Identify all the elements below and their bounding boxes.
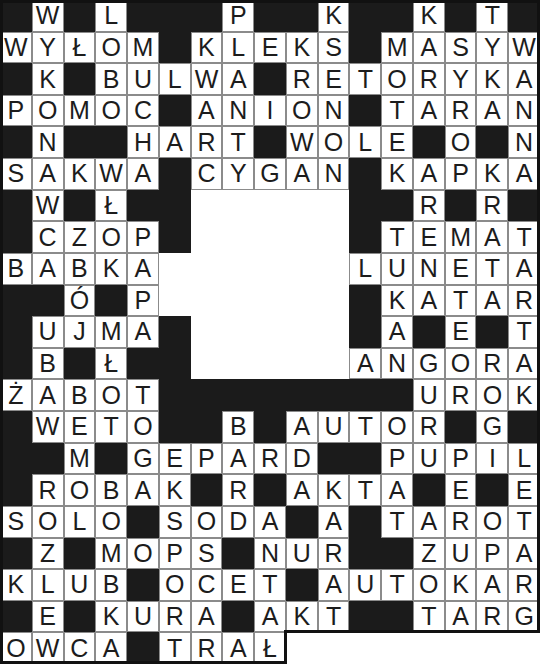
cell-r17c4[interactable]: O	[127, 538, 159, 570]
cell-r7c13[interactable]: E	[413, 221, 445, 253]
cell-r10c15	[476, 316, 508, 348]
cell-r17c11	[349, 538, 381, 570]
cell-r12c9	[286, 379, 318, 411]
cell-r1c2[interactable]: Ł	[64, 32, 96, 64]
cell-r5c2[interactable]: K	[64, 158, 96, 190]
cell-r4c12[interactable]: E	[381, 126, 413, 158]
cell-r2c5[interactable]: L	[159, 63, 191, 95]
cell-r19c8[interactable]: A	[254, 601, 286, 633]
cell-r4c16[interactable]: N	[508, 126, 540, 158]
cell-r19c10[interactable]: T	[318, 601, 350, 633]
cell-r3c13[interactable]: A	[413, 95, 445, 127]
cell-r9c9	[286, 285, 318, 317]
cell-r7c5	[159, 221, 191, 253]
cell-r4c9[interactable]: W	[286, 126, 318, 158]
cell-r3c7[interactable]: N	[222, 95, 254, 127]
cell-r19c6[interactable]: A	[191, 601, 223, 633]
cell-r12c14[interactable]: R	[445, 379, 477, 411]
cell-r18c3[interactable]: B	[95, 569, 127, 601]
cell-r14c13[interactable]: U	[413, 443, 445, 475]
cell-r15c0	[0, 474, 32, 506]
cell-r9c10	[318, 285, 350, 317]
cell-r10c12[interactable]: A	[381, 316, 413, 348]
cell-r13c15[interactable]: G	[476, 411, 508, 443]
cell-r6c16	[508, 190, 540, 222]
cell-r0c10[interactable]: K	[318, 0, 350, 32]
cell-r4c6[interactable]: R	[191, 126, 223, 158]
cell-r2c14[interactable]: Y	[445, 63, 477, 95]
cell-r3c10[interactable]: N	[318, 95, 350, 127]
cell-r12c12	[381, 379, 413, 411]
cell-r6c15[interactable]: R	[476, 190, 508, 222]
cell-r5c13[interactable]: A	[413, 158, 445, 190]
cell-r6c1[interactable]: W	[32, 190, 64, 222]
cell-r18c11[interactable]: U	[349, 569, 381, 601]
cell-r17c15[interactable]: P	[476, 538, 508, 570]
cell-r7c8	[254, 221, 286, 253]
cell-r5c1[interactable]: A	[32, 158, 64, 190]
cell-r6c0	[0, 190, 32, 222]
cell-r11c0	[0, 348, 32, 380]
cell-r15c1[interactable]: R	[32, 474, 64, 506]
cell-r19c4[interactable]: U	[127, 601, 159, 633]
cell-r5c16[interactable]: A	[508, 158, 540, 190]
cell-r15c4[interactable]: A	[127, 474, 159, 506]
cell-r10c3[interactable]: M	[95, 316, 127, 348]
cell-r19c12	[381, 601, 413, 633]
cell-r5c7[interactable]: Y	[222, 158, 254, 190]
cell-r18c12[interactable]: T	[381, 569, 413, 601]
cell-r12c6	[191, 379, 223, 411]
cell-r11c15[interactable]: R	[476, 348, 508, 380]
cell-r0c3[interactable]: L	[95, 0, 127, 32]
cell-r10c13	[413, 316, 445, 348]
cell-r12c1[interactable]: A	[32, 379, 64, 411]
cell-r2c9[interactable]: R	[286, 63, 318, 95]
cell-r13c1[interactable]: W	[32, 411, 64, 443]
cell-r14c2[interactable]: M	[64, 443, 96, 475]
cell-r20c7[interactable]: A	[222, 632, 254, 664]
cell-r1c14[interactable]: S	[445, 32, 477, 64]
cell-r14c11	[349, 443, 381, 475]
cell-r7c15[interactable]: A	[476, 221, 508, 253]
cell-r14c8[interactable]: R	[254, 443, 286, 475]
cell-r17c14[interactable]: U	[445, 538, 477, 570]
cell-r15c10[interactable]: K	[318, 474, 350, 506]
cell-r11c2	[64, 348, 96, 380]
cell-r2c2	[64, 63, 96, 95]
cell-r3c4[interactable]: C	[127, 95, 159, 127]
cell-r8c4[interactable]: A	[127, 253, 159, 285]
cell-r6c13[interactable]: R	[413, 190, 445, 222]
edge-top	[0, 0, 540, 3]
cell-r3c12[interactable]: T	[381, 95, 413, 127]
cell-r17c1[interactable]: Z	[32, 538, 64, 570]
cell-r8c15[interactable]: T	[476, 253, 508, 285]
cell-r10c8	[254, 316, 286, 348]
cell-r5c12[interactable]: K	[381, 158, 413, 190]
cell-r7c0	[0, 221, 32, 253]
cell-r3c9[interactable]: O	[286, 95, 318, 127]
cell-r9c0	[0, 285, 32, 317]
cell-r8c9	[286, 253, 318, 285]
cell-r18c8[interactable]: T	[254, 569, 286, 601]
cell-r18c7[interactable]: E	[222, 569, 254, 601]
cell-r13c0	[0, 411, 32, 443]
cell-r3c0[interactable]: P	[0, 95, 32, 127]
cell-r12c3[interactable]: O	[95, 379, 127, 411]
cell-r18c1[interactable]: L	[32, 569, 64, 601]
cell-r18c0[interactable]: K	[0, 569, 32, 601]
cell-r16c15[interactable]: O	[476, 506, 508, 538]
cell-r5c5	[159, 158, 191, 190]
cell-r11c11[interactable]: A	[349, 348, 381, 380]
cell-r18c4	[127, 569, 159, 601]
cell-r5c4[interactable]: A	[127, 158, 159, 190]
cell-r11c5	[159, 348, 191, 380]
cell-r2c1[interactable]: K	[32, 63, 64, 95]
cell-r0c0	[0, 0, 32, 32]
cell-r13c3[interactable]: T	[95, 411, 127, 443]
cell-r5c6[interactable]: C	[191, 158, 223, 190]
cell-r16c16[interactable]: T	[508, 506, 540, 538]
cell-r4c11[interactable]: L	[349, 126, 381, 158]
cell-r17c12	[381, 538, 413, 570]
cell-r8c6	[191, 253, 223, 285]
cell-r13c4[interactable]: O	[127, 411, 159, 443]
cell-r16c5[interactable]: S	[159, 506, 191, 538]
cell-r3c14[interactable]: R	[445, 95, 477, 127]
cell-r3c15[interactable]: A	[476, 95, 508, 127]
cell-r2c15[interactable]: K	[476, 63, 508, 95]
cell-r17c10[interactable]: R	[318, 538, 350, 570]
cell-r15c2[interactable]: O	[64, 474, 96, 506]
cell-r0c15[interactable]: T	[476, 0, 508, 32]
cell-r6c3[interactable]: Ł	[95, 190, 127, 222]
cell-r15c7[interactable]: R	[222, 474, 254, 506]
cell-r19c2	[64, 601, 96, 633]
cell-r9c14[interactable]: T	[445, 285, 477, 317]
cell-r15c3[interactable]: B	[95, 474, 127, 506]
cell-r8c14[interactable]: E	[445, 253, 477, 285]
cell-r14c4[interactable]: G	[127, 443, 159, 475]
cell-r18c2[interactable]: U	[64, 569, 96, 601]
cell-r13c12[interactable]: O	[381, 411, 413, 443]
cell-r18c10[interactable]: A	[318, 569, 350, 601]
cell-r5c15[interactable]: K	[476, 158, 508, 190]
cell-r0c7[interactable]: P	[222, 0, 254, 32]
cell-r16c0[interactable]: S	[0, 506, 32, 538]
cell-r10c4[interactable]: A	[127, 316, 159, 348]
cell-r9c13[interactable]: A	[413, 285, 445, 317]
cell-r9c8	[254, 285, 286, 317]
cell-r7c7	[222, 221, 254, 253]
cell-r11c12[interactable]: N	[381, 348, 413, 380]
cell-r4c3	[95, 126, 127, 158]
cell-r5c9[interactable]: A	[286, 158, 318, 190]
cell-r11c4	[127, 348, 159, 380]
cell-r0c13[interactable]: K	[413, 0, 445, 32]
cell-r9c3	[95, 285, 127, 317]
cell-r11c16[interactable]: A	[508, 348, 540, 380]
cell-r0c12	[381, 0, 413, 32]
cell-r11c7	[222, 348, 254, 380]
cell-r15c9[interactable]: A	[286, 474, 318, 506]
cell-r17c2	[64, 538, 96, 570]
cell-r2c13[interactable]: R	[413, 63, 445, 95]
cell-r15c16[interactable]: E	[508, 474, 540, 506]
cell-r12c0[interactable]: Ż	[0, 379, 32, 411]
cell-r7c1[interactable]: C	[32, 221, 64, 253]
cell-r1c8[interactable]: E	[254, 32, 286, 64]
cell-r7c2[interactable]: Z	[64, 221, 96, 253]
cell-r7c3[interactable]: O	[95, 221, 127, 253]
cell-r19c11	[349, 601, 381, 633]
cell-r10c6	[191, 316, 223, 348]
cell-r13c16	[508, 411, 540, 443]
cell-r14c9[interactable]: D	[286, 443, 318, 475]
cell-r19c3[interactable]: K	[95, 601, 127, 633]
cell-r13c10[interactable]: U	[318, 411, 350, 443]
cell-r4c5[interactable]: A	[159, 126, 191, 158]
cell-r1c16[interactable]: W	[508, 32, 540, 64]
cell-r2c11[interactable]: T	[349, 63, 381, 95]
cell-r4c4[interactable]: H	[127, 126, 159, 158]
cell-r12c2[interactable]: B	[64, 379, 96, 411]
cell-r11c1[interactable]: B	[32, 348, 64, 380]
cell-r8c11[interactable]: L	[349, 253, 381, 285]
cell-r13c2[interactable]: E	[64, 411, 96, 443]
cell-r7c12[interactable]: T	[381, 221, 413, 253]
cell-r16c7[interactable]: D	[222, 506, 254, 538]
cell-r8c5	[159, 253, 191, 285]
cell-r17c0	[0, 538, 32, 570]
cell-r14c3	[95, 443, 127, 475]
cell-r13c13[interactable]: R	[413, 411, 445, 443]
cell-r12c15[interactable]: O	[476, 379, 508, 411]
cell-r6c14	[445, 190, 477, 222]
cell-r10c16[interactable]: T	[508, 316, 540, 348]
cell-r8c12[interactable]: U	[381, 253, 413, 285]
cell-r10c7	[222, 316, 254, 348]
cell-r15c14[interactable]: E	[445, 474, 477, 506]
cell-r10c0	[0, 316, 32, 348]
cell-r13c14	[445, 411, 477, 443]
cell-r2c7[interactable]: A	[222, 63, 254, 95]
cell-r10c14[interactable]: E	[445, 316, 477, 348]
cell-r5c3[interactable]: W	[95, 158, 127, 190]
cell-r12c4[interactable]: T	[127, 379, 159, 411]
cell-r16c13[interactable]: A	[413, 506, 445, 538]
cell-r2c12[interactable]: O	[381, 63, 413, 95]
cell-r17c3[interactable]: M	[95, 538, 127, 570]
cell-r1c3[interactable]: O	[95, 32, 127, 64]
cell-r14c14[interactable]: P	[445, 443, 477, 475]
cell-r17c9[interactable]: U	[286, 538, 318, 570]
cell-r19c1[interactable]: E	[32, 601, 64, 633]
cell-r8c3[interactable]: K	[95, 253, 127, 285]
cell-r17c13[interactable]: Z	[413, 538, 445, 570]
cell-r16c2[interactable]: L	[64, 506, 96, 538]
cell-r8c13[interactable]: N	[413, 253, 445, 285]
cell-r18c5[interactable]: O	[159, 569, 191, 601]
cell-r9c15[interactable]: A	[476, 285, 508, 317]
cell-r7c4[interactable]: P	[127, 221, 159, 253]
cell-r1c1[interactable]: Y	[32, 32, 64, 64]
cell-r17c8[interactable]: N	[254, 538, 286, 570]
cell-r5c0[interactable]: S	[0, 158, 32, 190]
cell-r2c8	[254, 63, 286, 95]
cell-r14c5[interactable]: E	[159, 443, 191, 475]
cell-r11c13[interactable]: G	[413, 348, 445, 380]
cell-r8c2[interactable]: B	[64, 253, 96, 285]
cell-r19c5[interactable]: R	[159, 601, 191, 633]
cell-r17c5[interactable]: P	[159, 538, 191, 570]
cell-r5c10[interactable]: N	[318, 158, 350, 190]
cell-r14c15[interactable]: I	[476, 443, 508, 475]
cell-r8c0[interactable]: B	[0, 253, 32, 285]
cell-r3c1[interactable]: O	[32, 95, 64, 127]
cell-r18c14[interactable]: K	[445, 569, 477, 601]
cell-r9c12[interactable]: K	[381, 285, 413, 317]
cell-r14c16[interactable]: L	[508, 443, 540, 475]
cell-r20c4	[127, 632, 159, 664]
cell-r1c10[interactable]: S	[318, 32, 350, 64]
cell-r18c13[interactable]: O	[413, 569, 445, 601]
cell-r13c7[interactable]: B	[222, 411, 254, 443]
cell-r13c9[interactable]: A	[286, 411, 318, 443]
cell-r3c16[interactable]: N	[508, 95, 540, 127]
cell-r7c14[interactable]: M	[445, 221, 477, 253]
cell-r16c3[interactable]: O	[95, 506, 127, 538]
cell-r1c0[interactable]: W	[0, 32, 32, 64]
cell-r10c10	[318, 316, 350, 348]
cell-r7c16[interactable]: T	[508, 221, 540, 253]
cell-r0c8	[254, 0, 286, 32]
cell-r3c2[interactable]: M	[64, 95, 96, 127]
cell-r9c16[interactable]: R	[508, 285, 540, 317]
cell-r16c14[interactable]: R	[445, 506, 477, 538]
cell-r15c11[interactable]: T	[349, 474, 381, 506]
cell-r3c6[interactable]: A	[191, 95, 223, 127]
cell-r12c16[interactable]: K	[508, 379, 540, 411]
cell-r1c15[interactable]: Y	[476, 32, 508, 64]
cell-r2c16[interactable]: A	[508, 63, 540, 95]
cell-r1c9[interactable]: K	[286, 32, 318, 64]
cell-r1c12[interactable]: M	[381, 32, 413, 64]
cell-r20c6[interactable]: R	[191, 632, 223, 664]
cell-r20c3[interactable]: A	[95, 632, 127, 664]
cell-r10c2[interactable]: J	[64, 316, 96, 348]
cell-r18c15[interactable]: A	[476, 569, 508, 601]
cell-r4c7[interactable]: T	[222, 126, 254, 158]
cell-r14c12[interactable]: P	[381, 443, 413, 475]
cell-r2c4[interactable]: U	[127, 63, 159, 95]
cell-r8c8	[254, 253, 286, 285]
cell-r11c3[interactable]: Ł	[95, 348, 127, 380]
cell-r12c11	[349, 379, 381, 411]
cell-r12c8	[254, 379, 286, 411]
cell-r6c8	[254, 190, 286, 222]
cell-r11c14[interactable]: O	[445, 348, 477, 380]
crossword-board: WLPKKTWYŁOMKLEKSMASYWKBULWARETORYKAPOMOC…	[0, 0, 540, 664]
cell-r20c0[interactable]: O	[0, 632, 32, 664]
cell-r1c13[interactable]: A	[413, 32, 445, 64]
cell-r12c13[interactable]: U	[413, 379, 445, 411]
cell-r13c11[interactable]: T	[349, 411, 381, 443]
cell-r20c13	[413, 632, 445, 664]
cell-r20c15	[476, 632, 508, 664]
cell-r2c6[interactable]: W	[191, 63, 223, 95]
cell-r19c15[interactable]: R	[476, 601, 508, 633]
cell-r20c1[interactable]: W	[32, 632, 64, 664]
cell-r4c8	[254, 126, 286, 158]
cell-r14c6[interactable]: P	[191, 443, 223, 475]
cell-r20c16	[508, 632, 540, 664]
cell-r2c10[interactable]: E	[318, 63, 350, 95]
cell-r0c14	[445, 0, 477, 32]
cell-r14c7[interactable]: A	[222, 443, 254, 475]
cell-r18c16[interactable]: R	[508, 569, 540, 601]
cell-r9c4[interactable]: P	[127, 285, 159, 317]
cell-r16c10[interactable]: A	[318, 506, 350, 538]
cell-r0c4	[127, 0, 159, 32]
cell-r19c9[interactable]: K	[286, 601, 318, 633]
cell-r17c16[interactable]: A	[508, 538, 540, 570]
cell-r3c3[interactable]: O	[95, 95, 127, 127]
cell-r8c1[interactable]: A	[32, 253, 64, 285]
cell-r4c14[interactable]: O	[445, 126, 477, 158]
cell-r19c16[interactable]: G	[508, 601, 540, 633]
cell-r1c6[interactable]: K	[191, 32, 223, 64]
cell-r18c9	[286, 569, 318, 601]
cell-r1c4[interactable]: M	[127, 32, 159, 64]
cell-r5c14[interactable]: P	[445, 158, 477, 190]
cell-r15c13	[413, 474, 445, 506]
cell-r16c8[interactable]: A	[254, 506, 286, 538]
cell-r15c5[interactable]: K	[159, 474, 191, 506]
cell-r0c2	[64, 0, 96, 32]
cell-r0c1[interactable]: W	[32, 0, 64, 32]
cell-r4c10[interactable]: O	[318, 126, 350, 158]
cell-r19c14[interactable]: A	[445, 601, 477, 633]
cell-r16c12[interactable]: T	[381, 506, 413, 538]
cell-r7c11	[349, 221, 381, 253]
cell-r2c3[interactable]: B	[95, 63, 127, 95]
cell-r10c1[interactable]: U	[32, 316, 64, 348]
cell-r17c6[interactable]: S	[191, 538, 223, 570]
cell-r12c7	[222, 379, 254, 411]
cell-r18c6[interactable]: C	[191, 569, 223, 601]
cell-r10c5	[159, 316, 191, 348]
cell-r8c16[interactable]: A	[508, 253, 540, 285]
cell-r6c5	[159, 190, 191, 222]
cell-r16c1[interactable]: O	[32, 506, 64, 538]
cell-r20c5[interactable]: T	[159, 632, 191, 664]
cell-r16c6[interactable]: O	[191, 506, 223, 538]
cell-r20c2[interactable]: C	[64, 632, 96, 664]
cell-r15c12[interactable]: A	[381, 474, 413, 506]
cell-r4c1[interactable]: N	[32, 126, 64, 158]
cell-r9c2[interactable]: Ó	[64, 285, 96, 317]
cell-r1c7[interactable]: L	[222, 32, 254, 64]
cell-r6c4	[127, 190, 159, 222]
edge-row20-right	[284, 630, 287, 664]
cell-r3c8[interactable]: I	[254, 95, 286, 127]
cell-r20c8[interactable]: Ł	[254, 632, 286, 664]
cell-r5c8[interactable]: G	[254, 158, 286, 190]
cell-r19c13[interactable]: T	[413, 601, 445, 633]
